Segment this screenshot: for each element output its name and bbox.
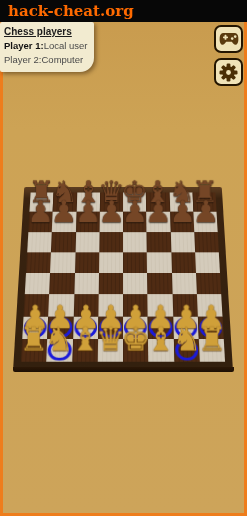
square-f5[interactable] <box>147 252 172 273</box>
player2-row: Player 2:Computer <box>4 54 92 65</box>
square-e4[interactable] <box>123 273 148 294</box>
square-a6[interactable] <box>27 232 52 252</box>
square-g6[interactable] <box>170 232 195 252</box>
gear-icon <box>219 63 238 82</box>
gamepad-icon <box>219 32 239 46</box>
square-b4[interactable] <box>49 273 74 294</box>
square-f4[interactable] <box>147 273 172 294</box>
players-button[interactable] <box>214 25 243 53</box>
player1-value: Local user <box>44 40 88 51</box>
square-d5[interactable] <box>99 252 123 273</box>
square-e5[interactable] <box>123 252 147 273</box>
square-c5[interactable] <box>75 252 100 273</box>
board-front-edge <box>13 367 234 372</box>
player2-label: Player 2: <box>4 54 42 65</box>
player2-value: Computer <box>42 54 84 65</box>
square-c6[interactable] <box>75 232 99 252</box>
square-h1[interactable]: ♜ <box>199 339 225 362</box>
square-h6[interactable] <box>194 232 219 252</box>
square-h4[interactable] <box>196 273 221 294</box>
square-b5[interactable] <box>50 252 75 273</box>
chess-app-screen: hack-cheat.org Chess players Player 1:Lo… <box>0 0 247 516</box>
square-d4[interactable] <box>98 273 123 294</box>
square-g5[interactable] <box>171 252 196 273</box>
square-e6[interactable] <box>123 232 147 252</box>
square-h7[interactable]: ♟ <box>193 212 218 232</box>
square-g4[interactable] <box>172 273 197 294</box>
players-tooltip: Chess players Player 1:Local user Player… <box>0 22 94 72</box>
square-b6[interactable] <box>51 232 76 252</box>
square-c4[interactable] <box>74 273 99 294</box>
player1-label: Player 1: <box>4 40 44 51</box>
square-a4[interactable] <box>25 273 50 294</box>
square-d6[interactable] <box>99 232 123 252</box>
white-rook-h1[interactable]: ♜ <box>192 324 232 357</box>
black-pawn-h7[interactable]: ♟ <box>187 197 224 227</box>
player1-row: Player 1:Local user <box>4 40 92 51</box>
square-f6[interactable] <box>147 232 171 252</box>
square-h5[interactable] <box>195 252 220 273</box>
chess-board: ♜♞♝♛♚♝♞♜♟♟♟♟♟♟♟♟♟♟♟♟♟♟♟♟♜♞♝♛♚♝♞♜ <box>13 187 233 369</box>
square-a5[interactable] <box>26 252 51 273</box>
board-grid: ♜♞♝♛♚♝♞♜♟♟♟♟♟♟♟♟♟♟♟♟♟♟♟♟♜♞♝♛♚♝♞♜ <box>21 193 225 362</box>
settings-button[interactable] <box>214 58 243 86</box>
watermark-text: hack-cheat.org <box>8 2 134 20</box>
tooltip-title: Chess players <box>4 26 92 37</box>
watermark-banner: hack-cheat.org <box>0 0 247 22</box>
